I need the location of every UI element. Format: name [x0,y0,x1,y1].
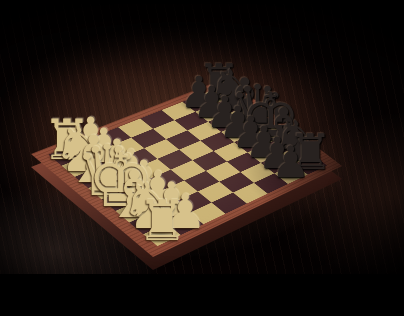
letterbox-bottom [0,274,404,316]
letterbox-top [0,0,404,4]
render-stage: ♜♟♞♟♝♟♛♟♚♟♝♟♟♞♜♟♟♜♞♟♟♝♟♛♟♚♟♝♟♞♟♜ [0,0,404,316]
